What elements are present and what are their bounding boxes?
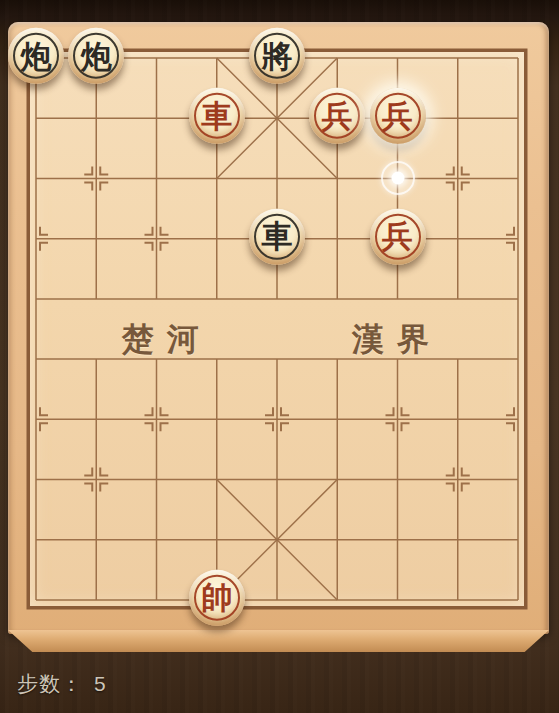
river-label-han: 漢界 xyxy=(352,318,442,362)
move-counter: 步数：5 xyxy=(17,670,107,698)
move-counter-value: 5 xyxy=(94,672,107,695)
piece-black-chariot[interactable]: 車 xyxy=(249,208,305,264)
board-front-bevel xyxy=(8,630,549,652)
piece-red-soldier-a[interactable]: 兵 xyxy=(309,88,365,144)
piece-red-soldier-c[interactable]: 兵 xyxy=(370,208,426,264)
piece-red-chariot[interactable]: 車 xyxy=(189,88,245,144)
xiangqi-app: 楚河 漢界 炮炮將車兵兵車兵帥 步数：5 xyxy=(0,0,559,713)
move-counter-label: 步数： xyxy=(17,672,83,695)
piece-black-cannon-b[interactable]: 炮 xyxy=(68,28,124,84)
piece-red-soldier-b[interactable]: 兵 xyxy=(370,88,426,144)
xiangqi-board[interactable] xyxy=(8,22,549,634)
piece-black-cannon-a[interactable]: 炮 xyxy=(8,28,64,84)
piece-red-general[interactable]: 帥 xyxy=(189,570,245,626)
board-playing-field xyxy=(27,49,527,609)
river-label-chu: 楚河 xyxy=(122,318,212,362)
piece-black-general[interactable]: 將 xyxy=(249,28,305,84)
